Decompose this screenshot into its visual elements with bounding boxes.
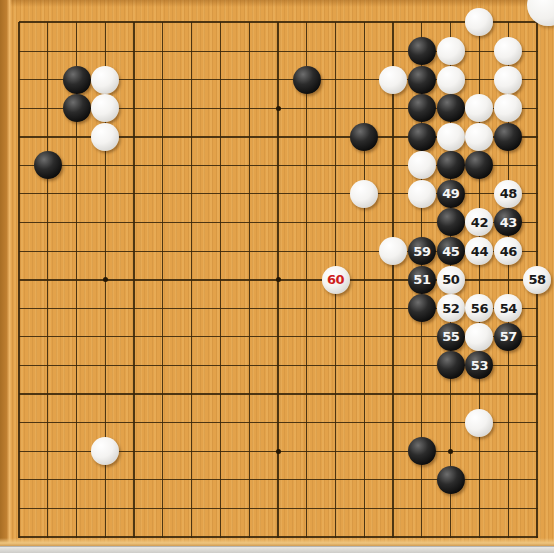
stone-white-46: 46: [494, 237, 522, 265]
stone-black: [408, 437, 436, 465]
stone-black: [34, 151, 62, 179]
stone-white-60: 60: [322, 266, 350, 294]
stone-white: [408, 151, 436, 179]
star-point: [276, 449, 281, 454]
stone-white: [379, 66, 407, 94]
stone-black: [408, 94, 436, 122]
stone-white: [465, 8, 493, 36]
stone-white: [437, 123, 465, 151]
star-point: [276, 106, 281, 111]
stone-black-43: 43: [494, 208, 522, 236]
board-left-bevel: [0, 0, 12, 543]
stone-black: [494, 123, 522, 151]
stone-white: [465, 123, 493, 151]
stone-white-56: 56: [465, 294, 493, 322]
stone-black: [437, 208, 465, 236]
stone-black: [437, 466, 465, 494]
stone-white: [91, 66, 119, 94]
go-board[interactable]: 494842435945444660515058525654555753: [0, 0, 554, 543]
stone-black: [350, 123, 378, 151]
stone-black: [408, 123, 436, 151]
stone-white: [350, 180, 378, 208]
stone-white-58: 58: [523, 266, 551, 294]
grid-line-v-12: [364, 22, 365, 537]
stone-black-53: 53: [465, 351, 493, 379]
stone-white-44: 44: [465, 237, 493, 265]
grid-line-h-18: [19, 536, 538, 538]
stone-black: [465, 151, 493, 179]
stone-white-50: 50: [437, 266, 465, 294]
stone-white: [91, 94, 119, 122]
grid-line-h-13: [19, 393, 538, 395]
star-point: [103, 277, 108, 282]
stone-black: [63, 66, 91, 94]
stone-black: [293, 66, 321, 94]
stone-white: [494, 37, 522, 65]
grid-line-h-14: [19, 422, 538, 423]
stone-white: [437, 37, 465, 65]
stone-white: [465, 409, 493, 437]
grid-line-h-17: [19, 508, 538, 509]
stone-black: [437, 351, 465, 379]
star-point: [448, 449, 453, 454]
board-bottom-edge: [0, 546, 554, 553]
stone-black-49: 49: [437, 180, 465, 208]
stone-white-48: 48: [494, 180, 522, 208]
stone-white: [408, 180, 436, 208]
stone-white: [437, 66, 465, 94]
stone-black: [408, 294, 436, 322]
stone-black-59: 59: [408, 237, 436, 265]
grid-line-v-10: [306, 22, 307, 537]
stone-white-52: 52: [437, 294, 465, 322]
stone-white-54: 54: [494, 294, 522, 322]
stone-white: [465, 94, 493, 122]
stone-white: [91, 123, 119, 151]
stone-black: [408, 66, 436, 94]
stone-black: [437, 94, 465, 122]
stone-black-45: 45: [437, 237, 465, 265]
stone-white: [91, 437, 119, 465]
stone-white: [494, 66, 522, 94]
stone-black: [437, 151, 465, 179]
stone-black-57: 57: [494, 323, 522, 351]
stone-white-42: 42: [465, 208, 493, 236]
stone-white: [494, 94, 522, 122]
grid-line-v-13: [392, 22, 394, 537]
stone-white: [465, 323, 493, 351]
stone-white: [379, 237, 407, 265]
stone-black: [63, 94, 91, 122]
board-top-bevel: [0, 0, 554, 7]
stone-black-51: 51: [408, 266, 436, 294]
star-point: [276, 277, 281, 282]
stone-black-55: 55: [437, 323, 465, 351]
stone-black: [408, 37, 436, 65]
